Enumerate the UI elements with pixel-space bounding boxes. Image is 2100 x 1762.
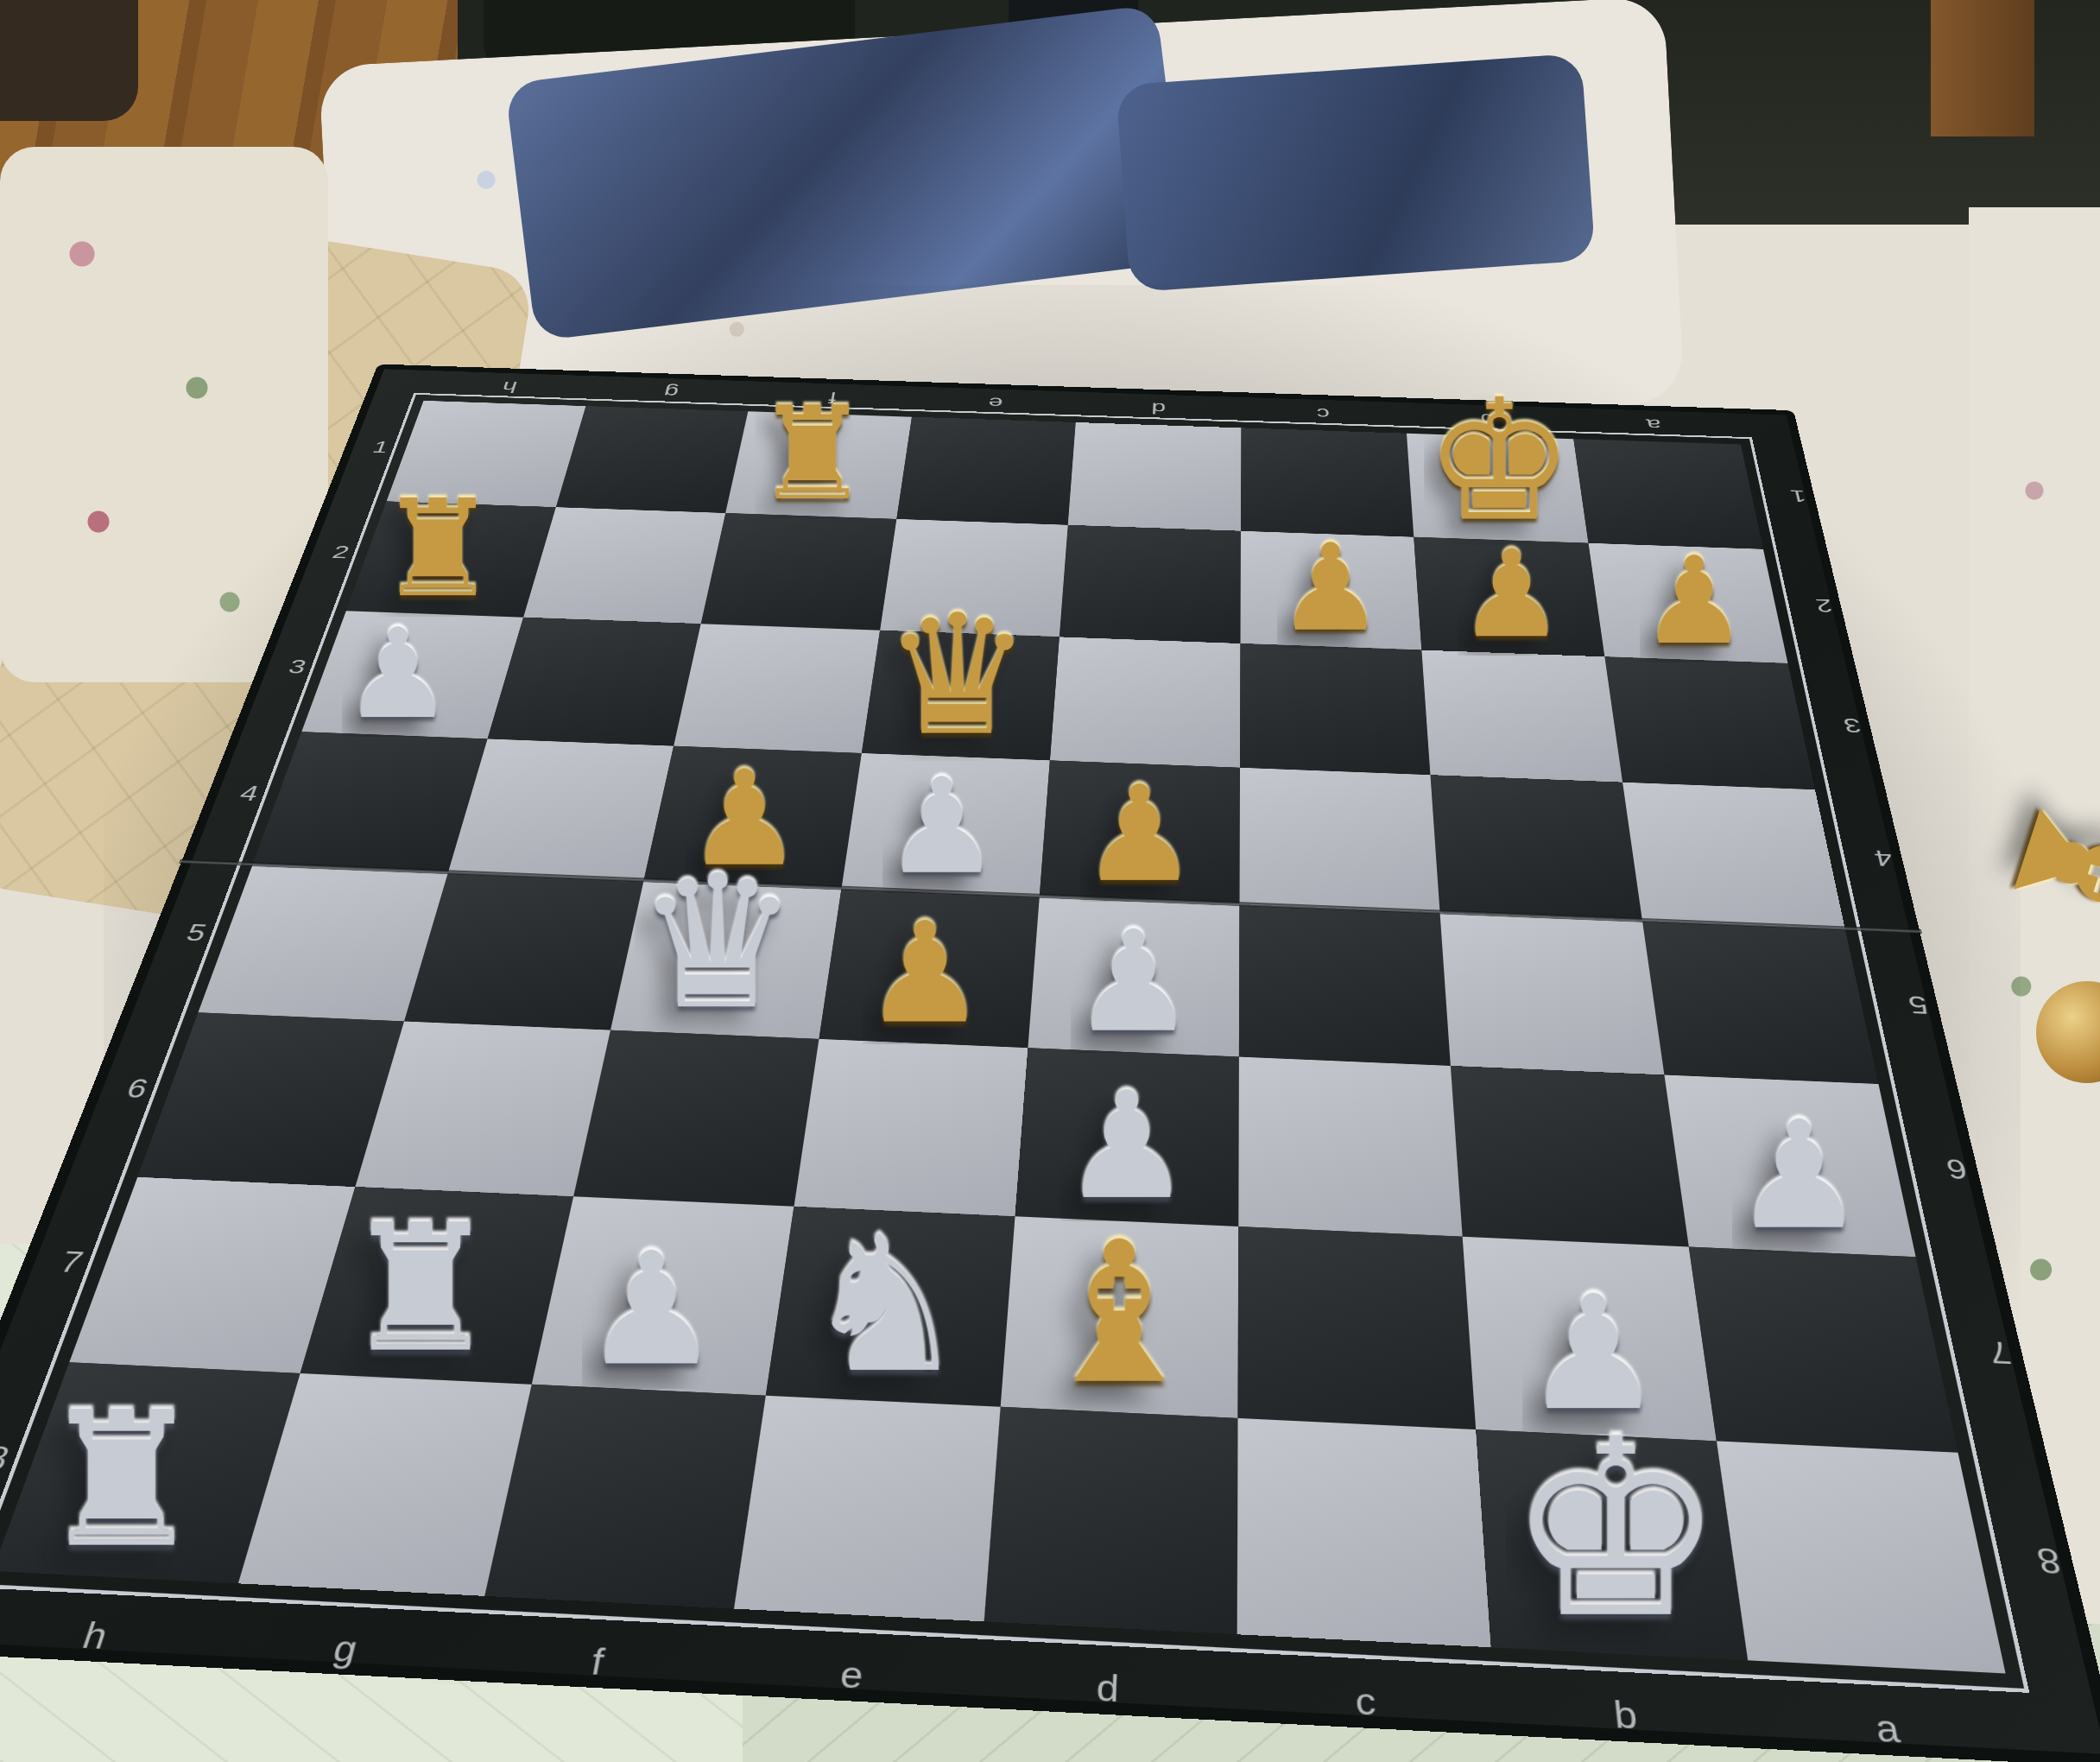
board-squares: ♜♚♜♟♟♟♟♛♟♟♟♛♟♟♟♟♜♟♞♝♟♜♚: [0, 401, 2006, 1674]
file-label-top-h: h: [486, 377, 533, 396]
square-b7: ♟: [1463, 1237, 1717, 1441]
square-f8: [484, 1384, 765, 1608]
silver-pawn-b7: ♟: [1523, 1278, 1665, 1429]
rank-label-right-3: 3: [1825, 713, 1879, 738]
square-d7: ♝: [1001, 1216, 1238, 1417]
square-e4: ♟: [841, 753, 1050, 897]
gold-king-b1: ♚: [1425, 381, 1575, 540]
square-g3: [487, 618, 700, 746]
square-f6: [573, 1030, 819, 1207]
square-a7: [1688, 1246, 1958, 1452]
silver-rook-h8: ♜: [38, 1392, 206, 1569]
rank-label-left-6: 6: [104, 1073, 169, 1105]
gold-pawn-d4: ♟: [1080, 772, 1199, 897]
captured-gold-pieces: ♝: [2005, 777, 2100, 1140]
square-a1: [1573, 439, 1763, 548]
square-e7: ♞: [765, 1207, 1015, 1406]
rank-label-right-7: 7: [1966, 1334, 2034, 1372]
square-e6: [794, 1038, 1028, 1216]
square-b4: [1430, 775, 1641, 921]
silver-pawn-e4: ♟: [882, 764, 1001, 890]
square-c3: [1240, 643, 1431, 775]
silver-pawn-h3: ♟: [343, 615, 454, 733]
silver-pawn-a6: ♟: [1732, 1105, 1866, 1246]
square-e3: ♛: [861, 631, 1059, 760]
square-d8: [984, 1406, 1237, 1634]
square-g2: [523, 507, 726, 624]
square-g5: [404, 872, 644, 1030]
gold-pawn-f4: ♟: [686, 757, 803, 882]
gold-pawn-a2: ♟: [1640, 544, 1748, 659]
gold-rook-h2: ♜: [378, 485, 498, 613]
gold-pawn-e5: ♟: [863, 907, 987, 1039]
rank-label-right-2: 2: [1799, 594, 1850, 617]
file-label-top-b: b: [1466, 409, 1510, 428]
file-label-bottom-f: f: [561, 1640, 634, 1686]
square-a4: [1622, 782, 1845, 929]
rank-label-left-1: 1: [356, 438, 405, 457]
square-e8: [733, 1395, 1000, 1621]
captured-gold-piece-base: [2036, 981, 2100, 1083]
gold-queen-e3: ♛: [882, 598, 1031, 756]
file-label-bottom-g: g: [307, 1627, 383, 1672]
silver-pawn-f7: ♟: [582, 1235, 722, 1383]
rank-label-right-8: 8: [2012, 1538, 2085, 1581]
square-h1: [387, 401, 585, 507]
square-d2: [1059, 525, 1241, 643]
square-g1: [555, 406, 748, 513]
rank-label-left-7: 7: [36, 1245, 105, 1280]
rank-label-right-1: 1: [1774, 485, 1823, 505]
square-f3: [674, 624, 879, 752]
silver-knight-e7: ♞: [801, 1217, 969, 1395]
square-f2: [701, 513, 896, 631]
rank-label-left-5: 5: [166, 919, 227, 948]
square-f1: ♜: [725, 411, 911, 518]
gold-rook-f1: ♜: [755, 393, 870, 516]
silver-pawn-d5: ♟: [1072, 916, 1197, 1048]
square-a6: ♟: [1664, 1074, 1916, 1257]
file-label-top-e: e: [973, 393, 1017, 412]
square-b8: ♚: [1476, 1429, 1747, 1661]
square-b6: [1451, 1066, 1688, 1247]
square-g4: [447, 738, 674, 880]
rank-label-right-4: 4: [1855, 844, 1912, 871]
file-label-bottom-b: b: [1590, 1693, 1661, 1740]
rank-label-right-5: 5: [1888, 990, 1949, 1020]
square-c2: ♟: [1240, 530, 1421, 650]
square-g6: [355, 1021, 610, 1196]
square-a8: [1716, 1441, 2005, 1674]
quilt-patch-blue: [1116, 53, 1595, 292]
file-label-bottom-c: c: [1332, 1679, 1400, 1726]
square-f7: ♟: [532, 1196, 794, 1395]
square-b3: [1421, 650, 1622, 783]
square-e2: [880, 519, 1068, 637]
rank-label-left-2: 2: [315, 542, 367, 563]
rank-label-left-3: 3: [270, 656, 325, 679]
file-label-bottom-d: d: [1074, 1666, 1142, 1712]
square-d6: ♟: [1015, 1048, 1239, 1226]
square-h4: [253, 732, 488, 872]
file-label-bottom-h: h: [56, 1614, 134, 1659]
silver-rook-g7: ♜: [342, 1206, 500, 1373]
dark-object: [0, 0, 138, 121]
square-d3: [1050, 637, 1240, 767]
chair-rail: [1931, 0, 2034, 136]
square-h3: ♟: [301, 611, 522, 738]
square-c6: [1238, 1056, 1463, 1237]
rank-label-left-4: 4: [220, 781, 278, 807]
square-e5: ♟: [819, 888, 1040, 1047]
file-label-top-c: c: [1302, 404, 1344, 423]
square-c8: [1237, 1417, 1491, 1647]
square-c7: [1237, 1226, 1476, 1429]
silver-pawn-d6: ♟: [1061, 1076, 1193, 1216]
file-label-bottom-a: a: [1850, 1706, 1926, 1753]
file-label-bottom-e: e: [817, 1653, 887, 1699]
square-a2: ♟: [1588, 542, 1787, 663]
square-g8: [237, 1373, 532, 1596]
file-label-top-g: g: [648, 383, 693, 401]
square-c4: [1239, 767, 1440, 912]
square-c1: [1240, 428, 1414, 536]
square-f5: ♛: [610, 880, 841, 1038]
square-b2: ♟: [1414, 536, 1604, 656]
file-label-top-f: f: [811, 388, 856, 406]
square-c5: [1238, 904, 1450, 1066]
square-f4: ♟: [644, 745, 862, 888]
chess-board: ♜♚♜♟♟♟♟♛♟♟♟♛♟♟♟♟♜♟♞♝♟♜♚ hh11gg22ff33ee44…: [0, 364, 2100, 1762]
silver-king-b8: ♚: [1506, 1413, 1726, 1646]
square-h6: [137, 1012, 403, 1187]
gold-pawn-b2: ♟: [1458, 537, 1566, 651]
gold-bishop-d7: ♝: [1032, 1221, 1206, 1406]
file-label-top-a: a: [1631, 415, 1677, 434]
gold-pawn-c2: ♟: [1276, 531, 1384, 645]
square-e1: [896, 417, 1076, 525]
square-a3: [1604, 656, 1815, 789]
rank-label-right-6: 6: [1925, 1151, 1989, 1185]
square-a5: [1641, 921, 1878, 1084]
file-label-top-d: d: [1137, 399, 1180, 418]
square-b1: ♚: [1407, 434, 1588, 543]
square-b5: [1440, 912, 1664, 1074]
photo-stage: ♜♚♜♟♟♟♟♛♟♟♟♛♟♟♟♟♜♟♞♝♟♜♚ hh11gg22ff33ee44…: [0, 0, 2100, 1762]
square-d5: ♟: [1028, 897, 1239, 1056]
square-h2: ♜: [346, 501, 556, 618]
square-d1: [1068, 422, 1241, 530]
square-d4: ♟: [1040, 760, 1240, 904]
